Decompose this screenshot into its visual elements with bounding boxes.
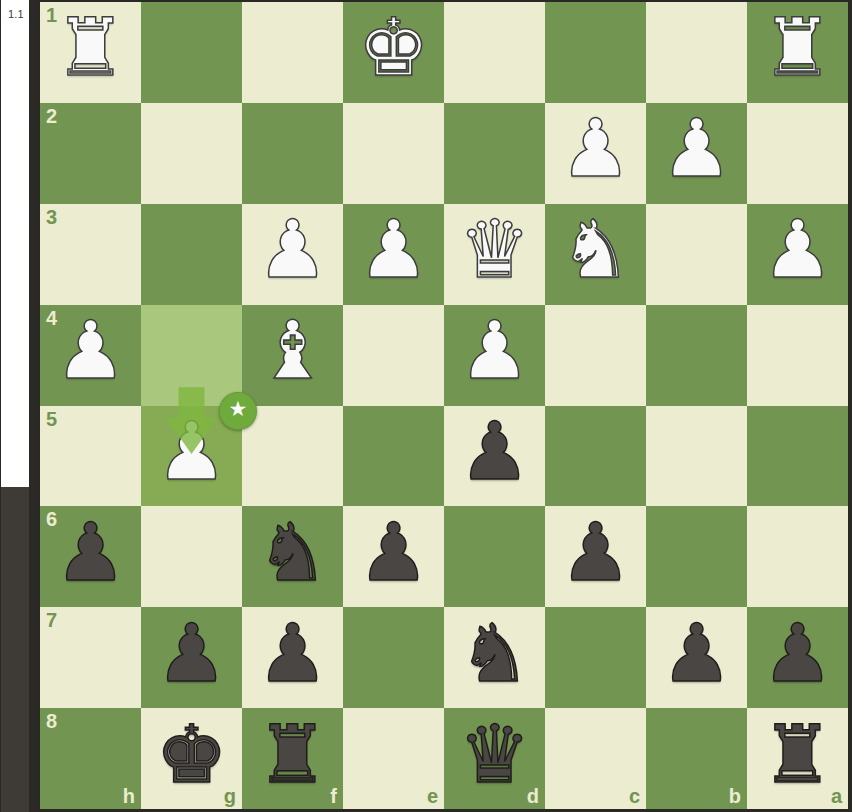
square-a2[interactable]: [747, 103, 848, 204]
square-b6[interactable]: [646, 506, 747, 607]
square-g4[interactable]: [141, 305, 242, 406]
white-bishop-f4[interactable]: ♝: [257, 311, 329, 391]
square-b8[interactable]: b: [646, 708, 747, 809]
square-h2[interactable]: 2: [40, 103, 141, 204]
file-label-g: g: [224, 786, 236, 806]
square-h1[interactable]: 1♜: [40, 2, 141, 103]
square-f4[interactable]: ♝: [242, 305, 343, 406]
white-pawn-e3[interactable]: ♟: [358, 210, 430, 290]
square-c8[interactable]: c: [545, 708, 646, 809]
square-d5[interactable]: ♟: [444, 406, 545, 507]
move-number-label[interactable]: 1.1: [8, 8, 24, 20]
square-a4[interactable]: [747, 305, 848, 406]
square-a7[interactable]: ♟: [747, 607, 848, 708]
square-a1[interactable]: ♜: [747, 2, 848, 103]
square-e8[interactable]: e: [343, 708, 444, 809]
white-pawn-h4[interactable]: ♟: [55, 311, 127, 391]
black-pawn-c6[interactable]: ♟: [560, 513, 632, 593]
black-pawn-f7[interactable]: ♟: [257, 614, 329, 694]
square-b3[interactable]: [646, 204, 747, 305]
white-pawn-b2[interactable]: ♟: [661, 109, 733, 189]
square-h4[interactable]: 4♟: [40, 305, 141, 406]
square-a5[interactable]: [747, 406, 848, 507]
square-d2[interactable]: [444, 103, 545, 204]
black-pawn-g7[interactable]: ♟: [156, 614, 228, 694]
square-d6[interactable]: [444, 506, 545, 607]
rank-label-2: 2: [46, 106, 57, 126]
square-f7[interactable]: ♟: [242, 607, 343, 708]
chess-board: 1♜♚♜2♟♟3♟♟♛♞♟4♟♝♟5♟♟6♟♞♟♟7♟♟♞♟♟8hg♚f♜ed♛…: [40, 2, 848, 809]
square-g2[interactable]: [141, 103, 242, 204]
white-pawn-c2[interactable]: ♟: [560, 109, 632, 189]
star-icon: ★: [229, 399, 248, 420]
file-label-h: h: [123, 786, 135, 806]
file-label-d: d: [527, 786, 539, 806]
square-f2[interactable]: [242, 103, 343, 204]
square-c1[interactable]: [545, 2, 646, 103]
file-label-a: a: [831, 786, 842, 806]
square-c5[interactable]: [545, 406, 646, 507]
rank-label-1: 1: [46, 5, 57, 25]
white-king-e1[interactable]: ♚: [358, 8, 430, 88]
square-e4[interactable]: [343, 305, 444, 406]
black-pawn-d5[interactable]: ♟: [459, 412, 531, 492]
square-e1[interactable]: ♚: [343, 2, 444, 103]
file-label-c: c: [629, 786, 640, 806]
square-b2[interactable]: ♟: [646, 103, 747, 204]
black-pawn-b7[interactable]: ♟: [661, 614, 733, 694]
square-e7[interactable]: [343, 607, 444, 708]
square-f1[interactable]: [242, 2, 343, 103]
square-b1[interactable]: [646, 2, 747, 103]
move-list-panel[interactable]: 1.1: [1, 0, 29, 487]
rank-label-3: 3: [46, 207, 57, 227]
square-b4[interactable]: [646, 305, 747, 406]
square-e5[interactable]: [343, 406, 444, 507]
square-h7[interactable]: 7: [40, 607, 141, 708]
move-list-sidebar: 1.1: [0, 0, 38, 812]
white-queen-d3[interactable]: ♛: [459, 210, 531, 290]
square-d4[interactable]: ♟: [444, 305, 545, 406]
square-a6[interactable]: [747, 506, 848, 607]
black-pawn-e6[interactable]: ♟: [358, 513, 430, 593]
rank-label-7: 7: [46, 610, 57, 630]
black-pawn-a7[interactable]: ♟: [762, 614, 834, 694]
board-frame: 1♜♚♜2♟♟3♟♟♛♞♟4♟♝♟5♟♟6♟♞♟♟7♟♟♞♟♟8hg♚f♜ed♛…: [38, 0, 852, 812]
square-h3[interactable]: 3: [40, 204, 141, 305]
square-f6[interactable]: ♞: [242, 506, 343, 607]
correct-move-star-badge: ★: [219, 392, 257, 430]
square-c3[interactable]: ♞: [545, 204, 646, 305]
rank-label-4: 4: [46, 308, 57, 328]
square-h6[interactable]: 6♟: [40, 506, 141, 607]
square-c7[interactable]: [545, 607, 646, 708]
black-pawn-h6[interactable]: ♟: [55, 513, 127, 593]
square-g8[interactable]: g♚: [141, 708, 242, 809]
square-b5[interactable]: [646, 406, 747, 507]
white-pawn-d4[interactable]: ♟: [459, 311, 531, 391]
black-knight-d7[interactable]: ♞: [459, 614, 531, 694]
white-rook-h1[interactable]: ♜: [55, 8, 127, 88]
square-d8[interactable]: d♛: [444, 708, 545, 809]
rank-label-6: 6: [46, 509, 57, 529]
square-g1[interactable]: [141, 2, 242, 103]
square-d1[interactable]: [444, 2, 545, 103]
square-h5[interactable]: 5: [40, 406, 141, 507]
rank-label-8: 8: [46, 711, 57, 731]
square-d7[interactable]: ♞: [444, 607, 545, 708]
white-pawn-a3[interactable]: ♟: [762, 210, 834, 290]
black-queen-d8[interactable]: ♛: [459, 715, 531, 795]
square-f8[interactable]: f♜: [242, 708, 343, 809]
square-f5[interactable]: [242, 406, 343, 507]
black-rook-f8[interactable]: ♜: [257, 715, 329, 795]
square-c4[interactable]: [545, 305, 646, 406]
rank-label-5: 5: [46, 409, 57, 429]
square-f3[interactable]: ♟: [242, 204, 343, 305]
square-a3[interactable]: ♟: [747, 204, 848, 305]
square-d3[interactable]: ♛: [444, 204, 545, 305]
square-h8[interactable]: 8h: [40, 708, 141, 809]
file-label-b: b: [729, 786, 741, 806]
white-rook-a1[interactable]: ♜: [762, 8, 834, 88]
square-e2[interactable]: [343, 103, 444, 204]
file-label-e: e: [427, 786, 438, 806]
square-g6[interactable]: [141, 506, 242, 607]
square-b7[interactable]: ♟: [646, 607, 747, 708]
file-label-f: f: [330, 786, 337, 806]
black-king-g8[interactable]: ♚: [156, 715, 228, 795]
square-a8[interactable]: a♜: [747, 708, 848, 809]
black-knight-f6[interactable]: ♞: [257, 513, 329, 593]
white-pawn-g5[interactable]: ♟: [156, 412, 228, 492]
square-c6[interactable]: ♟: [545, 506, 646, 607]
black-rook-a8[interactable]: ♜: [762, 715, 834, 795]
square-c2[interactable]: ♟: [545, 103, 646, 204]
square-g7[interactable]: ♟: [141, 607, 242, 708]
chess-app: 1.1 1♜♚♜2♟♟3♟♟♛♞♟4♟♝♟5♟♟6♟♞♟♟7♟♟♞♟♟8hg♚f…: [0, 0, 852, 812]
square-g3[interactable]: [141, 204, 242, 305]
sidebar-lower-panel: [1, 487, 29, 812]
white-pawn-f3[interactable]: ♟: [257, 210, 329, 290]
square-e6[interactable]: ♟: [343, 506, 444, 607]
square-e3[interactable]: ♟: [343, 204, 444, 305]
white-knight-c3[interactable]: ♞: [560, 210, 632, 290]
